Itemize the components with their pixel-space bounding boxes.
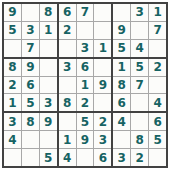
cell-r8c6[interactable]: 3 [94, 131, 111, 148]
cell-r8c9[interactable]: 5 [149, 131, 166, 148]
cell-r4c5[interactable]: 6 [77, 59, 94, 76]
cell-r1c6[interactable] [94, 4, 111, 21]
box-2-2: 361982 [59, 59, 112, 112]
cell-r9c3[interactable]: 5 [40, 149, 57, 166]
cell-r5c4[interactable] [59, 77, 76, 94]
cell-r7c1[interactable]: 3 [4, 113, 21, 130]
cell-r8c5[interactable]: 9 [77, 131, 94, 148]
cell-r3c7[interactable]: 5 [113, 40, 130, 57]
cell-r9c2[interactable] [22, 149, 39, 166]
cell-r7c5[interactable]: 5 [77, 113, 94, 130]
box-3-1: 38945 [4, 113, 57, 166]
cell-r1c4[interactable]: 6 [59, 4, 76, 21]
cell-r8c3[interactable] [40, 131, 57, 148]
cell-r2c8[interactable] [131, 22, 148, 39]
cell-r5c2[interactable]: 6 [22, 77, 39, 94]
cell-r4c2[interactable]: 9 [22, 59, 39, 76]
cell-r3c6[interactable]: 1 [94, 40, 111, 57]
cell-r7c8[interactable] [131, 113, 148, 130]
cell-r4c4[interactable]: 3 [59, 59, 76, 76]
cell-r3c2[interactable]: 7 [22, 40, 39, 57]
cell-r6c8[interactable] [131, 94, 148, 111]
cell-r2c3[interactable]: 1 [40, 22, 57, 39]
cell-r6c7[interactable]: 6 [113, 94, 130, 111]
cell-r8c4[interactable]: 1 [59, 131, 76, 148]
box-3-2: 5219346 [59, 113, 112, 166]
cell-r1c7[interactable] [113, 4, 130, 21]
cell-r2c6[interactable] [94, 22, 111, 39]
box-2-1: 8926153 [4, 59, 57, 112]
cell-r8c2[interactable] [22, 131, 39, 148]
cell-r5c5[interactable]: 1 [77, 77, 94, 94]
box-1-2: 67231 [59, 4, 112, 57]
sudoku-board: 9853176723131975489261533619821528764389… [2, 2, 168, 168]
cell-r8c1[interactable]: 4 [4, 131, 21, 148]
cell-r3c4[interactable] [59, 40, 76, 57]
cell-r6c2[interactable]: 5 [22, 94, 39, 111]
cell-r5c3[interactable] [40, 77, 57, 94]
cell-r1c8[interactable]: 3 [131, 4, 148, 21]
cell-r3c8[interactable]: 4 [131, 40, 148, 57]
cell-r4c8[interactable]: 5 [131, 59, 148, 76]
cell-r7c6[interactable]: 2 [94, 113, 111, 130]
cell-r1c5[interactable]: 7 [77, 4, 94, 21]
cell-r5c6[interactable]: 9 [94, 77, 111, 94]
cell-r2c7[interactable]: 9 [113, 22, 130, 39]
cell-r4c9[interactable]: 2 [149, 59, 166, 76]
cell-r6c3[interactable]: 3 [40, 94, 57, 111]
cell-r2c2[interactable]: 3 [22, 22, 39, 39]
cell-r9c4[interactable]: 4 [59, 149, 76, 166]
cell-r1c9[interactable]: 1 [149, 4, 166, 21]
cell-r6c4[interactable]: 8 [59, 94, 76, 111]
cell-r8c7[interactable] [113, 131, 130, 148]
box-2-3: 1528764 [113, 59, 166, 112]
cell-r9c7[interactable]: 3 [113, 149, 130, 166]
cell-r3c5[interactable]: 3 [77, 40, 94, 57]
cell-r5c9[interactable] [149, 77, 166, 94]
cell-r6c1[interactable]: 1 [4, 94, 21, 111]
cell-r9c6[interactable]: 6 [94, 149, 111, 166]
cell-r7c9[interactable]: 6 [149, 113, 166, 130]
box-1-1: 985317 [4, 4, 57, 57]
cell-r1c2[interactable] [22, 4, 39, 21]
cell-r4c7[interactable]: 1 [113, 59, 130, 76]
cell-r5c8[interactable]: 7 [131, 77, 148, 94]
cell-r2c9[interactable]: 7 [149, 22, 166, 39]
cell-r9c9[interactable] [149, 149, 166, 166]
cell-r4c3[interactable] [40, 59, 57, 76]
cell-r8c8[interactable]: 8 [131, 131, 148, 148]
cell-r7c3[interactable]: 9 [40, 113, 57, 130]
cell-r1c3[interactable]: 8 [40, 4, 57, 21]
cell-r9c1[interactable] [4, 149, 21, 166]
cell-r3c3[interactable] [40, 40, 57, 57]
cell-r4c6[interactable] [94, 59, 111, 76]
cell-r9c8[interactable]: 2 [131, 149, 148, 166]
cell-r6c9[interactable]: 4 [149, 94, 166, 111]
cell-r7c2[interactable]: 8 [22, 113, 39, 130]
sudoku-frame: 9853176723131975489261533619821528764389… [0, 0, 170, 170]
cell-r4c1[interactable]: 8 [4, 59, 21, 76]
cell-r6c5[interactable]: 2 [77, 94, 94, 111]
cell-r6c6[interactable] [94, 94, 111, 111]
cell-r2c5[interactable] [77, 22, 94, 39]
box-1-3: 319754 [113, 4, 166, 57]
cell-r2c1[interactable]: 5 [4, 22, 21, 39]
cell-r9c5[interactable] [77, 149, 94, 166]
cell-r7c7[interactable]: 4 [113, 113, 130, 130]
box-3-3: 468532 [113, 113, 166, 166]
cell-r5c7[interactable]: 8 [113, 77, 130, 94]
cell-r3c9[interactable] [149, 40, 166, 57]
cell-r3c1[interactable] [4, 40, 21, 57]
cell-r1c1[interactable]: 9 [4, 4, 21, 21]
cell-r5c1[interactable]: 2 [4, 77, 21, 94]
cell-r2c4[interactable]: 2 [59, 22, 76, 39]
cell-r7c4[interactable] [59, 113, 76, 130]
